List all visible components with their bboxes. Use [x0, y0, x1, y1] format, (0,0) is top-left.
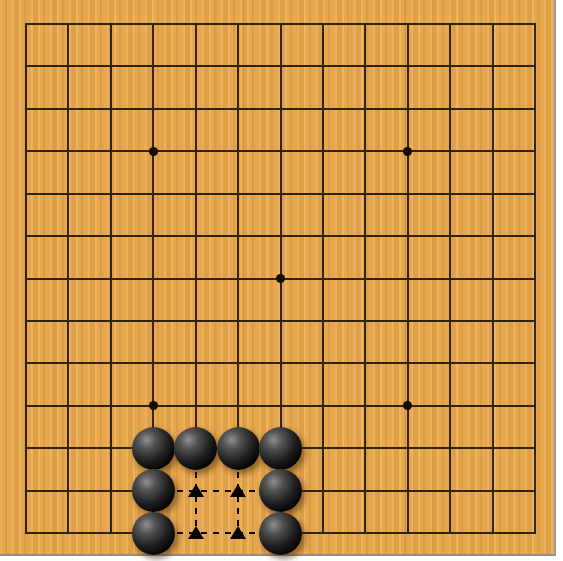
black-stone[interactable]	[132, 469, 175, 512]
triangle-mark[interactable]	[230, 526, 246, 539]
hoshi-point	[149, 147, 158, 156]
grid-line	[449, 23, 451, 534]
grid-line	[322, 23, 324, 534]
hoshi-point	[403, 147, 412, 156]
black-stone[interactable]	[174, 427, 217, 470]
hoshi-point	[149, 401, 158, 410]
black-stone[interactable]	[217, 427, 260, 470]
grid-line	[237, 23, 239, 449]
black-stone[interactable]	[259, 512, 302, 555]
go-board[interactable]	[0, 0, 556, 556]
grid-line	[67, 23, 69, 534]
grid-line	[110, 23, 112, 534]
grid-line	[492, 23, 494, 534]
go-diagram	[0, 0, 563, 561]
triangle-mark[interactable]	[188, 526, 204, 539]
black-stone[interactable]	[132, 512, 175, 555]
black-stone[interactable]	[132, 427, 175, 470]
triangle-mark[interactable]	[230, 484, 246, 497]
grid-line	[25, 23, 27, 534]
hoshi-point	[403, 401, 412, 410]
black-stone[interactable]	[259, 427, 302, 470]
black-stone[interactable]	[259, 469, 302, 512]
grid-line	[195, 23, 197, 449]
grid-line	[364, 23, 366, 534]
grid-line	[534, 23, 536, 534]
triangle-mark[interactable]	[188, 484, 204, 497]
grid-line	[407, 23, 409, 534]
hoshi-point	[276, 274, 285, 283]
